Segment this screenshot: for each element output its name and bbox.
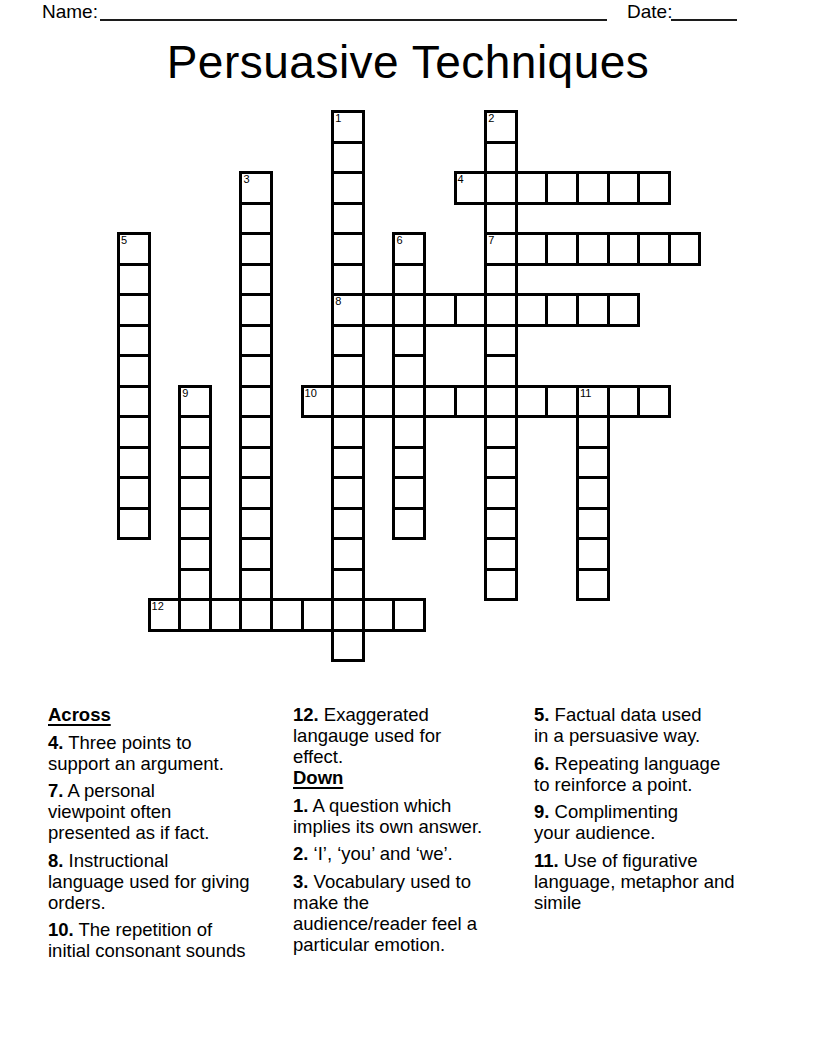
grid-cell[interactable] xyxy=(331,385,365,419)
grid-cell[interactable] xyxy=(607,293,641,327)
grid-cell[interactable] xyxy=(178,415,212,449)
grid-cell[interactable] xyxy=(331,537,365,571)
grid-cell[interactable] xyxy=(484,171,518,205)
cell-number: 11 xyxy=(580,388,591,399)
grid-cell[interactable] xyxy=(637,171,671,205)
grid-cell[interactable] xyxy=(576,568,610,602)
clue-line: 10. The repetition of xyxy=(48,919,292,940)
grid-cell[interactable] xyxy=(545,171,579,205)
grid-cell[interactable] xyxy=(484,415,518,449)
grid-cell[interactable] xyxy=(331,263,365,297)
clue-line: implies its own answer. xyxy=(293,816,537,837)
grid-cell[interactable] xyxy=(484,141,518,175)
clue-line: 12. Exaggerated xyxy=(293,704,537,725)
cell-number: 1 xyxy=(335,113,341,124)
cell-number: 12 xyxy=(152,601,164,612)
grid-cell[interactable] xyxy=(484,446,518,480)
grid-cell[interactable] xyxy=(331,507,365,541)
grid-cell[interactable] xyxy=(392,293,426,327)
clue-line: initial consonant sounds xyxy=(48,940,292,961)
clue-3: 3. Vocabulary used tomake theaudience/re… xyxy=(293,871,537,955)
grid-cell[interactable] xyxy=(331,476,365,510)
grid-cell[interactable] xyxy=(117,446,151,480)
grid-cell[interactable] xyxy=(239,598,273,632)
grid-cell[interactable] xyxy=(637,232,671,266)
clue-number: 12. xyxy=(293,704,319,725)
grid-cell[interactable] xyxy=(239,324,273,358)
grid-cell[interactable] xyxy=(515,293,549,327)
grid-cell[interactable] xyxy=(209,598,243,632)
clue-line: in a persuasive way. xyxy=(534,725,778,746)
clue-line: 3. Vocabulary used to xyxy=(293,871,537,892)
grid-cell[interactable] xyxy=(331,171,365,205)
clue-number: 9. xyxy=(534,801,549,822)
grid-cell[interactable] xyxy=(545,232,579,266)
grid-cell[interactable]: 3 xyxy=(239,171,273,205)
grid-cell[interactable] xyxy=(117,324,151,358)
cell-number: 6 xyxy=(396,235,402,246)
clue-line: 8. Instructional xyxy=(48,850,292,871)
clue-line: language, metaphor and xyxy=(534,871,778,892)
grid-cell[interactable] xyxy=(178,476,212,510)
clue-line: make the xyxy=(293,892,537,913)
grid-cell[interactable] xyxy=(484,385,518,419)
grid-cell[interactable] xyxy=(576,171,610,205)
grid-cell[interactable] xyxy=(484,568,518,602)
clue-number: 4. xyxy=(48,732,63,753)
clue-7: 7. A personalviewpoint oftenpresented as… xyxy=(48,780,292,843)
grid-cell[interactable] xyxy=(515,171,549,205)
grid-cell[interactable] xyxy=(515,232,549,266)
grid-cell[interactable] xyxy=(178,446,212,480)
clue-9: 9. Complimentingyour audience. xyxy=(534,801,778,843)
grid-cell[interactable] xyxy=(239,263,273,297)
grid-cell[interactable] xyxy=(117,293,151,327)
grid-cell[interactable] xyxy=(392,507,426,541)
grid-cell[interactable] xyxy=(178,568,212,602)
clue-number: 10. xyxy=(48,919,74,940)
grid-cell[interactable] xyxy=(331,232,365,266)
grid-cell[interactable] xyxy=(331,202,365,236)
grid-cell[interactable]: 6 xyxy=(392,232,426,266)
grid-cell[interactable] xyxy=(576,537,610,571)
date-line[interactable] xyxy=(671,19,737,21)
grid-cell[interactable] xyxy=(484,324,518,358)
cell-number: 10 xyxy=(305,388,317,399)
cell-number: 3 xyxy=(243,174,249,185)
clue-number: 7. xyxy=(48,780,63,801)
grid-cell[interactable]: 7 xyxy=(484,232,518,266)
grid-cell[interactable] xyxy=(484,354,518,388)
clue-line: to reinforce a point. xyxy=(534,774,778,795)
grid-cell[interactable] xyxy=(301,598,335,632)
grid-cell[interactable]: 4 xyxy=(454,171,488,205)
grid-cell[interactable] xyxy=(515,385,549,419)
clue-number: 3. xyxy=(293,871,308,892)
clue-line: viewpoint often xyxy=(48,801,292,822)
clue-5: 5. Factual data usedin a persuasive way. xyxy=(534,704,778,746)
grid-cell[interactable] xyxy=(423,293,457,327)
grid-cell[interactable] xyxy=(392,476,426,510)
clue-line: orders. xyxy=(48,892,292,913)
grid-cell[interactable] xyxy=(454,293,488,327)
clue-column: 12. Exaggeratedlangauge used foreffect.D… xyxy=(293,704,537,955)
grid-cell[interactable] xyxy=(362,293,396,327)
grid-cell[interactable] xyxy=(392,385,426,419)
grid-cell[interactable]: 8 xyxy=(331,293,365,327)
clue-column: 5. Factual data usedin a persuasive way.… xyxy=(534,704,778,913)
clue-heading-down: Down xyxy=(293,767,537,788)
grid-cell[interactable] xyxy=(423,385,457,419)
grid-cell[interactable] xyxy=(239,293,273,327)
grid-cell[interactable]: 12 xyxy=(148,598,182,632)
grid-cell[interactable]: 11 xyxy=(576,385,610,419)
grid-cell[interactable] xyxy=(576,476,610,510)
cell-number: 5 xyxy=(121,235,127,246)
grid-cell[interactable] xyxy=(392,415,426,449)
grid-cell[interactable] xyxy=(178,537,212,571)
grid-cell[interactable] xyxy=(117,476,151,510)
grid-cell[interactable] xyxy=(331,324,365,358)
grid-cell[interactable] xyxy=(607,171,641,205)
clue-number: 1. xyxy=(293,795,308,816)
clue-heading-label: Across xyxy=(48,704,111,725)
grid-cell[interactable] xyxy=(576,415,610,449)
grid-cell[interactable] xyxy=(270,598,304,632)
grid-cell[interactable] xyxy=(331,446,365,480)
grid-cell[interactable] xyxy=(239,507,273,541)
grid-cell[interactable]: 9 xyxy=(178,385,212,419)
grid-cell[interactable] xyxy=(331,598,365,632)
cell-number: 7 xyxy=(488,235,494,246)
clue-8: 8. Instructionallanguage used for giving… xyxy=(48,850,292,913)
clue-line: audience/reader feel a xyxy=(293,913,537,934)
clue-11: 11. Use of figurativelanguage, metaphor … xyxy=(534,850,778,913)
grid-cell[interactable] xyxy=(484,507,518,541)
grid-cell[interactable] xyxy=(331,568,365,602)
grid-cell[interactable] xyxy=(392,598,426,632)
clue-6: 6. Repeating languageto reinforce a poin… xyxy=(534,753,778,795)
grid-cell[interactable] xyxy=(484,476,518,510)
clue-12: 12. Exaggeratedlangauge used foreffect. xyxy=(293,704,537,767)
clue-number: 11. xyxy=(534,850,559,871)
grid-cell[interactable] xyxy=(178,598,212,632)
grid-cell[interactable] xyxy=(239,537,273,571)
grid-cell[interactable] xyxy=(239,385,273,419)
clue-number: 2. xyxy=(293,843,308,864)
grid-cell[interactable] xyxy=(239,415,273,449)
clue-line: simile xyxy=(534,892,778,913)
clue-line: your audience. xyxy=(534,822,778,843)
clue-line: 11. Use of figurative xyxy=(534,850,778,871)
grid-cell[interactable] xyxy=(331,354,365,388)
crossword-grid: 123456789101112 xyxy=(117,110,702,662)
cell-number: 8 xyxy=(335,296,341,307)
clue-number: 6. xyxy=(534,753,549,774)
grid-cell[interactable] xyxy=(392,354,426,388)
clue-line: 5. Factual data used xyxy=(534,704,778,725)
grid-cell[interactable] xyxy=(637,385,671,419)
grid-cell[interactable] xyxy=(239,476,273,510)
grid-cell[interactable]: 1 xyxy=(331,110,365,144)
grid-cell[interactable] xyxy=(239,202,273,236)
grid-cell[interactable] xyxy=(239,446,273,480)
clue-line: particular emotion. xyxy=(293,934,537,955)
grid-cell[interactable] xyxy=(576,507,610,541)
grid-cell[interactable] xyxy=(545,385,579,419)
clue-1: 1. A question whichimplies its own answe… xyxy=(293,795,537,837)
grid-cell[interactable] xyxy=(484,263,518,297)
grid-cell[interactable] xyxy=(668,232,702,266)
clue-heading-label: Down xyxy=(293,767,343,788)
grid-cell[interactable] xyxy=(484,202,518,236)
clue-line: 7. A personal xyxy=(48,780,292,801)
grid-cell[interactable] xyxy=(117,415,151,449)
grid-cell[interactable] xyxy=(392,263,426,297)
clue-line: language used for giving xyxy=(48,871,292,892)
name-label: Name: xyxy=(42,2,98,22)
clue-heading-across: Across xyxy=(48,704,292,725)
grid-cell[interactable] xyxy=(454,385,488,419)
grid-cell[interactable] xyxy=(362,598,396,632)
clue-10: 10. The repetition ofinitial consonant s… xyxy=(48,919,292,961)
grid-cell[interactable] xyxy=(545,293,579,327)
clue-line: presented as if fact. xyxy=(48,822,292,843)
grid-cell[interactable]: 2 xyxy=(484,110,518,144)
grid-cell[interactable] xyxy=(239,232,273,266)
clue-line: 1. A question which xyxy=(293,795,537,816)
clue-line: 4. Three points to xyxy=(48,732,292,753)
clue-line: support an argument. xyxy=(48,753,292,774)
grid-cell[interactable]: 5 xyxy=(117,232,151,266)
grid-cell[interactable] xyxy=(331,141,365,175)
grid-cell[interactable] xyxy=(576,293,610,327)
grid-cell[interactable] xyxy=(576,232,610,266)
cell-number: 4 xyxy=(458,174,464,185)
grid-cell[interactable] xyxy=(392,324,426,358)
name-line[interactable] xyxy=(100,19,607,21)
date-label: Date: xyxy=(627,2,672,22)
grid-cell[interactable] xyxy=(484,537,518,571)
clue-line: effect. xyxy=(293,746,537,767)
page-title: Persuasive Techniques xyxy=(0,37,816,87)
clue-4: 4. Three points tosupport an argument. xyxy=(48,732,292,774)
grid-cell[interactable] xyxy=(362,385,396,419)
grid-cell[interactable] xyxy=(117,385,151,419)
grid-cell[interactable] xyxy=(239,568,273,602)
grid-cell[interactable] xyxy=(117,263,151,297)
grid-cell[interactable] xyxy=(576,446,610,480)
grid-cell[interactable] xyxy=(484,293,518,327)
grid-cell[interactable] xyxy=(331,415,365,449)
grid-cell[interactable] xyxy=(239,354,273,388)
clue-line: 6. Repeating language xyxy=(534,753,778,774)
clue-2: 2. ‘I’, ‘you’ and ‘we’. xyxy=(293,843,537,864)
grid-cell[interactable] xyxy=(392,446,426,480)
grid-cell[interactable] xyxy=(607,385,641,419)
grid-cell[interactable] xyxy=(117,354,151,388)
grid-cell[interactable] xyxy=(178,507,212,541)
clue-column: Across4. Three points tosupport an argum… xyxy=(48,704,292,961)
clue-line: 2. ‘I’, ‘you’ and ‘we’. xyxy=(293,843,537,864)
grid-cell[interactable]: 10 xyxy=(301,385,335,419)
cell-number: 2 xyxy=(488,113,494,124)
clue-number: 5. xyxy=(534,704,549,725)
grid-cell[interactable] xyxy=(331,629,365,663)
cell-number: 9 xyxy=(182,388,188,399)
grid-cell[interactable] xyxy=(607,232,641,266)
clue-line: 9. Complimenting xyxy=(534,801,778,822)
grid-cell[interactable] xyxy=(117,507,151,541)
clue-line: langauge used for xyxy=(293,725,537,746)
clue-number: 8. xyxy=(48,850,63,871)
